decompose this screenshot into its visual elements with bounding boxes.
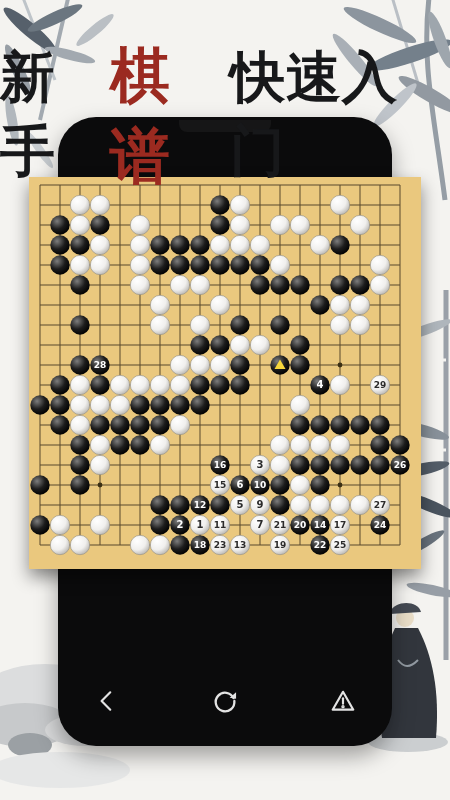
- move-number-label: 29: [374, 380, 387, 390]
- black-stone: [210, 495, 229, 514]
- black-stone: [30, 395, 49, 414]
- go-board[interactable]: 1234567910111213141516171819202122232425…: [29, 177, 421, 569]
- white-stone: [250, 335, 269, 354]
- star-point: [98, 483, 103, 488]
- white-stone: [290, 495, 309, 514]
- black-stone: [210, 375, 229, 394]
- move-number-label: 9: [257, 499, 264, 510]
- white-stone: [190, 315, 209, 334]
- black-stone: [70, 455, 89, 474]
- move-number-label: 14: [314, 520, 327, 530]
- warning-button[interactable]: [324, 682, 362, 720]
- white-stone: [270, 215, 289, 234]
- black-stone: [190, 235, 209, 254]
- black-stone: [150, 415, 169, 434]
- black-stone: [150, 515, 169, 534]
- move-number-label: 20: [294, 520, 307, 530]
- black-stone: [130, 435, 149, 454]
- white-stone: [290, 215, 309, 234]
- black-stone: [90, 215, 109, 234]
- white-stone: [270, 255, 289, 274]
- white-stone: [310, 235, 329, 254]
- move-number-label: 25: [334, 540, 347, 550]
- black-stone: [170, 495, 189, 514]
- black-stone: [370, 435, 389, 454]
- move-number-label: 4: [317, 379, 324, 390]
- white-stone: [110, 395, 129, 414]
- move-number-label: 15: [214, 480, 227, 490]
- white-stone: [150, 375, 169, 394]
- black-stone: [90, 375, 109, 394]
- phone-speaker-notch: [179, 120, 271, 132]
- black-stone: [270, 495, 289, 514]
- black-stone: [330, 455, 349, 474]
- black-stone: [50, 375, 69, 394]
- warning-triangle-icon: [330, 688, 356, 714]
- move-number-label: 16: [214, 460, 227, 470]
- white-stone: [290, 475, 309, 494]
- black-stone: [70, 275, 89, 294]
- black-stone: [190, 255, 209, 274]
- white-stone: [130, 255, 149, 274]
- black-stone: [70, 315, 89, 334]
- black-stone: [130, 395, 149, 414]
- white-stone: [90, 395, 109, 414]
- star-point: [338, 483, 343, 488]
- black-stone: [190, 395, 209, 414]
- white-stone: [150, 435, 169, 454]
- white-stone: [90, 195, 109, 214]
- white-stone: [350, 295, 369, 314]
- move-number-label: 24: [374, 520, 387, 530]
- board-svg: 1234567910111213141516171819202122232425…: [29, 177, 421, 569]
- move-number-label: 19: [274, 540, 287, 550]
- black-stone: [170, 255, 189, 274]
- black-stone: [270, 275, 289, 294]
- white-stone: [130, 535, 149, 554]
- black-stone: [310, 415, 329, 434]
- black-stone: [230, 355, 249, 374]
- black-stone: [210, 215, 229, 234]
- black-stone: [270, 315, 289, 334]
- black-stone: [50, 415, 69, 434]
- white-stone: [70, 375, 89, 394]
- black-stone: [50, 215, 69, 234]
- white-stone: [90, 515, 109, 534]
- white-stone: [170, 355, 189, 374]
- black-stone: [350, 275, 369, 294]
- black-stone: [290, 455, 309, 474]
- black-stone: [30, 475, 49, 494]
- black-stone: [290, 275, 309, 294]
- black-stone: [310, 295, 329, 314]
- move-number-label: 7: [257, 519, 264, 530]
- move-number-label: 17: [334, 520, 347, 530]
- white-stone: [270, 435, 289, 454]
- black-stone: [230, 255, 249, 274]
- black-stone: [150, 235, 169, 254]
- move-number-label: 26: [394, 460, 407, 470]
- black-stone: [90, 415, 109, 434]
- white-stone: [370, 275, 389, 294]
- white-stone: [250, 235, 269, 254]
- white-stone: [230, 235, 249, 254]
- black-stone: [190, 375, 209, 394]
- white-stone: [210, 235, 229, 254]
- black-stone: [50, 255, 69, 274]
- white-stone: [90, 435, 109, 454]
- move-number-label: 11: [214, 520, 227, 530]
- black-stone: [130, 415, 149, 434]
- move-number-label: 5: [237, 499, 244, 510]
- black-stone: [330, 235, 349, 254]
- move-number-label: 3: [257, 459, 264, 470]
- white-stone: [190, 275, 209, 294]
- white-stone: [50, 515, 69, 534]
- black-stone: [170, 395, 189, 414]
- move-number-label: 1: [197, 519, 204, 530]
- black-stone: [390, 435, 409, 454]
- white-stone: [310, 435, 329, 454]
- white-stone: [70, 195, 89, 214]
- black-stone: [330, 275, 349, 294]
- black-stone: [250, 255, 269, 274]
- white-stone: [90, 235, 109, 254]
- white-stone: [110, 375, 129, 394]
- white-stone: [350, 215, 369, 234]
- move-number-label: 10: [254, 480, 267, 490]
- white-stone: [90, 455, 109, 474]
- black-stone: [230, 375, 249, 394]
- move-number-label: 18: [194, 540, 207, 550]
- move-number-label: 27: [374, 500, 387, 510]
- black-stone: [370, 455, 389, 474]
- black-stone: [70, 435, 89, 454]
- black-stone: [150, 255, 169, 274]
- move-number-label: 22: [314, 540, 327, 550]
- white-stone: [170, 275, 189, 294]
- white-stone: [330, 195, 349, 214]
- white-stone: [230, 215, 249, 234]
- back-button[interactable]: [88, 682, 126, 720]
- black-stone: [50, 395, 69, 414]
- black-stone: [150, 495, 169, 514]
- white-stone: [290, 435, 309, 454]
- black-stone: [350, 415, 369, 434]
- black-stone: [230, 315, 249, 334]
- refresh-icon: [211, 687, 239, 715]
- white-stone: [330, 315, 349, 334]
- white-stone: [170, 375, 189, 394]
- white-stone: [130, 215, 149, 234]
- black-stone: [70, 475, 89, 494]
- white-stone: [330, 495, 349, 514]
- white-stone: [310, 495, 329, 514]
- refresh-button[interactable]: [205, 681, 245, 721]
- white-stone: [190, 355, 209, 374]
- white-stone: [70, 535, 89, 554]
- white-stone: [90, 255, 109, 274]
- black-stone: [370, 415, 389, 434]
- move-number-label: 13: [234, 540, 247, 550]
- black-stone: [350, 455, 369, 474]
- black-stone: [170, 535, 189, 554]
- black-stone: [310, 455, 329, 474]
- white-stone: [370, 255, 389, 274]
- black-stone: [150, 395, 169, 414]
- black-stone: [290, 415, 309, 434]
- black-stone: [70, 355, 89, 374]
- black-stone: [110, 435, 129, 454]
- black-stone: [70, 235, 89, 254]
- black-stone: [270, 475, 289, 494]
- move-number-label: 2: [177, 519, 184, 530]
- white-stone: [130, 375, 149, 394]
- move-number-label: 21: [274, 520, 287, 530]
- move-number-label: 23: [214, 540, 227, 550]
- black-stone: [110, 415, 129, 434]
- white-stone: [70, 395, 89, 414]
- white-stone: [70, 215, 89, 234]
- white-stone: [50, 535, 69, 554]
- white-stone: [70, 415, 89, 434]
- move-number-label: 6: [237, 479, 244, 490]
- white-stone: [210, 295, 229, 314]
- white-stone: [350, 315, 369, 334]
- white-stone: [130, 235, 149, 254]
- move-number-label: 12: [194, 500, 207, 510]
- black-stone: [290, 355, 309, 374]
- black-stone: [290, 335, 309, 354]
- white-stone: [150, 315, 169, 334]
- black-stone: [330, 415, 349, 434]
- white-stone: [330, 435, 349, 454]
- black-stone: [210, 255, 229, 274]
- white-stone: [210, 355, 229, 374]
- white-stone: [170, 415, 189, 434]
- move-number-label: 28: [94, 360, 107, 370]
- black-stone: [210, 335, 229, 354]
- white-stone: [330, 375, 349, 394]
- black-stone: [210, 195, 229, 214]
- white-stone: [230, 195, 249, 214]
- white-stone: [70, 255, 89, 274]
- black-stone: [190, 335, 209, 354]
- white-stone: [330, 295, 349, 314]
- black-stone: [310, 475, 329, 494]
- white-stone: [150, 295, 169, 314]
- white-stone: [130, 275, 149, 294]
- black-stone: [30, 515, 49, 534]
- black-stone: [250, 275, 269, 294]
- bottom-nav-bar: [58, 672, 392, 730]
- white-stone: [350, 495, 369, 514]
- white-stone: [290, 395, 309, 414]
- black-stone: [170, 235, 189, 254]
- black-stone: [50, 235, 69, 254]
- white-stone: [270, 455, 289, 474]
- back-chevron-icon: [94, 688, 120, 714]
- white-stone: [150, 535, 169, 554]
- star-point: [338, 363, 343, 368]
- white-stone: [230, 335, 249, 354]
